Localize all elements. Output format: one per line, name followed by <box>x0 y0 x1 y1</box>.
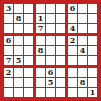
cell-r9c9-given[interactable]: 1 <box>88 88 97 97</box>
cell-r3c7-given[interactable]: 4 <box>68 24 77 33</box>
cell-r2c5[interactable] <box>46 14 55 23</box>
cell-r1c9[interactable] <box>88 4 97 13</box>
cell-r9c3[interactable] <box>24 88 33 97</box>
cell-r2c8[interactable] <box>78 14 87 23</box>
cell-r7c6[interactable] <box>56 68 65 77</box>
cell-r8c9[interactable] <box>88 78 97 87</box>
cell-r3c3[interactable] <box>24 24 33 33</box>
cell-r2c3[interactable] <box>24 14 33 23</box>
cell-r8c2[interactable] <box>14 78 23 87</box>
cell-r5c6[interactable] <box>56 46 65 55</box>
cell-r5c1[interactable] <box>4 46 13 55</box>
cell-r5c3[interactable] <box>24 46 33 55</box>
cell-r7c2[interactable] <box>14 68 23 77</box>
cell-r1c6[interactable] <box>56 4 65 13</box>
cell-r5c5[interactable] <box>46 46 55 55</box>
cell-r3c2[interactable] <box>14 24 23 33</box>
cell-r4c7-given[interactable]: 2 <box>68 36 77 45</box>
cell-r5c9[interactable] <box>88 46 97 55</box>
cell-r3c8[interactable] <box>78 24 87 33</box>
cell-r2c1[interactable] <box>4 14 13 23</box>
cell-r4c9[interactable] <box>88 36 97 45</box>
cell-r8c3[interactable] <box>24 78 33 87</box>
cell-r1c1-given[interactable]: 3 <box>4 4 13 13</box>
cell-r4c4[interactable] <box>36 36 45 45</box>
cell-r8c8-given[interactable]: 8 <box>78 78 87 87</box>
sudoku-board: 36817462847526581 <box>0 0 101 101</box>
cell-r9c7[interactable] <box>68 88 77 97</box>
cell-r9c2[interactable] <box>14 88 23 97</box>
cell-r6c6[interactable] <box>56 56 65 65</box>
cell-r7c5-given[interactable]: 6 <box>46 68 55 77</box>
cell-r9c4[interactable] <box>36 88 45 97</box>
cell-r9c5[interactable] <box>46 88 55 97</box>
cell-r5c2[interactable] <box>14 46 23 55</box>
cell-r3c9[interactable] <box>88 24 97 33</box>
cell-r9c8[interactable] <box>78 88 87 97</box>
cell-r4c2[interactable] <box>14 36 23 45</box>
cell-r5c8-given[interactable]: 4 <box>78 46 87 55</box>
cell-r7c8[interactable] <box>78 68 87 77</box>
cell-r3c6[interactable] <box>56 24 65 33</box>
cell-r7c1-given[interactable]: 2 <box>4 68 13 77</box>
cell-r2c7[interactable] <box>68 14 77 23</box>
cell-r3c4-given[interactable]: 7 <box>36 24 45 33</box>
cell-r1c8[interactable] <box>78 4 87 13</box>
cell-r4c5[interactable] <box>46 36 55 45</box>
cell-r6c1-given[interactable]: 7 <box>4 56 13 65</box>
cell-r7c4[interactable] <box>36 68 45 77</box>
cell-r6c8[interactable] <box>78 56 87 65</box>
cell-r6c9[interactable] <box>88 56 97 65</box>
cell-r2c4-given[interactable]: 1 <box>36 14 45 23</box>
cell-r6c5[interactable] <box>46 56 55 65</box>
cell-r1c3[interactable] <box>24 4 33 13</box>
cell-r9c1[interactable] <box>4 88 13 97</box>
cell-r3c5[interactable] <box>46 24 55 33</box>
cell-r1c4[interactable] <box>36 4 45 13</box>
cell-r6c2-given[interactable]: 5 <box>14 56 23 65</box>
cell-r8c4[interactable] <box>36 78 45 87</box>
cell-r2c2-given[interactable]: 8 <box>14 14 23 23</box>
cell-r8c1[interactable] <box>4 78 13 87</box>
cell-r8c7[interactable] <box>68 78 77 87</box>
cell-r4c6[interactable] <box>56 36 65 45</box>
cell-r2c6[interactable] <box>56 14 65 23</box>
cell-r5c7[interactable] <box>68 46 77 55</box>
cell-r5c4-given[interactable]: 8 <box>36 46 45 55</box>
cell-r7c3[interactable] <box>24 68 33 77</box>
cell-r4c3[interactable] <box>24 36 33 45</box>
cell-r8c6[interactable] <box>56 78 65 87</box>
cell-r9c6[interactable] <box>56 88 65 97</box>
cell-r4c8[interactable] <box>78 36 87 45</box>
cell-r1c2[interactable] <box>14 4 23 13</box>
cell-r1c7-given[interactable]: 6 <box>68 4 77 13</box>
cell-r6c7[interactable] <box>68 56 77 65</box>
cell-r1c5[interactable] <box>46 4 55 13</box>
cell-r6c3[interactable] <box>24 56 33 65</box>
cell-r3c1[interactable] <box>4 24 13 33</box>
cell-r7c7[interactable] <box>68 68 77 77</box>
cell-r7c9[interactable] <box>88 68 97 77</box>
cell-r4c1-given[interactable]: 6 <box>4 36 13 45</box>
cell-r6c4[interactable] <box>36 56 45 65</box>
cell-r8c5-given[interactable]: 5 <box>46 78 55 87</box>
cell-r2c9[interactable] <box>88 14 97 23</box>
